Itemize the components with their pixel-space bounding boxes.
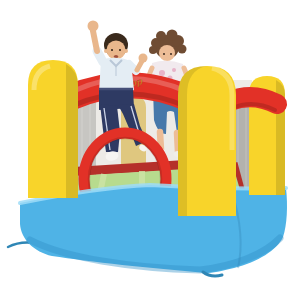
bouncy-castle-photo: happy hop (0, 0, 300, 300)
front-left-pillar-shade (66, 64, 78, 198)
girl-hair-curl (167, 30, 178, 41)
front-left-pillar (28, 60, 78, 198)
girl-eye (163, 53, 165, 55)
girl-hair-curl (156, 31, 166, 41)
girl-right-leg (177, 133, 178, 152)
boy-open-mouth (114, 55, 118, 58)
boy-eye (119, 49, 121, 51)
front-right-pillar (178, 66, 236, 216)
girl-hair-curl (149, 46, 157, 54)
girl-tshirt-print-dot (159, 70, 165, 76)
screenshot: happy hop (0, 0, 300, 300)
boy-raised-fist (88, 21, 99, 32)
girl-hair-curl (178, 45, 187, 54)
girl-face (159, 45, 175, 61)
boy-ear (124, 49, 128, 53)
girl-eye (170, 53, 172, 55)
boy-ear (104, 49, 108, 53)
boy-eye (111, 49, 113, 51)
boy-raised-arm (93, 31, 97, 51)
girl-tshirt-print-dot (172, 68, 176, 72)
boy-right-fist (139, 54, 148, 63)
